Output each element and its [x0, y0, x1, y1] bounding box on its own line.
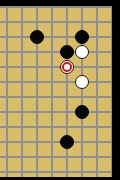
board-edge-bottom	[0, 177, 120, 180]
last-move-marker	[62, 62, 72, 72]
black-stone	[60, 45, 74, 59]
grid-lines-vertical	[0, 6, 120, 178]
black-stone	[75, 30, 89, 44]
white-stone	[75, 45, 89, 59]
black-stone	[75, 105, 89, 119]
white-stone	[75, 75, 89, 89]
go-app-window	[0, 0, 120, 180]
board-edge-top	[0, 0, 120, 6]
black-stone	[30, 30, 44, 44]
go-board[interactable]	[0, 0, 120, 180]
white-stone	[60, 60, 74, 74]
black-stone	[60, 135, 74, 149]
board-edge-right	[112, 0, 121, 180]
